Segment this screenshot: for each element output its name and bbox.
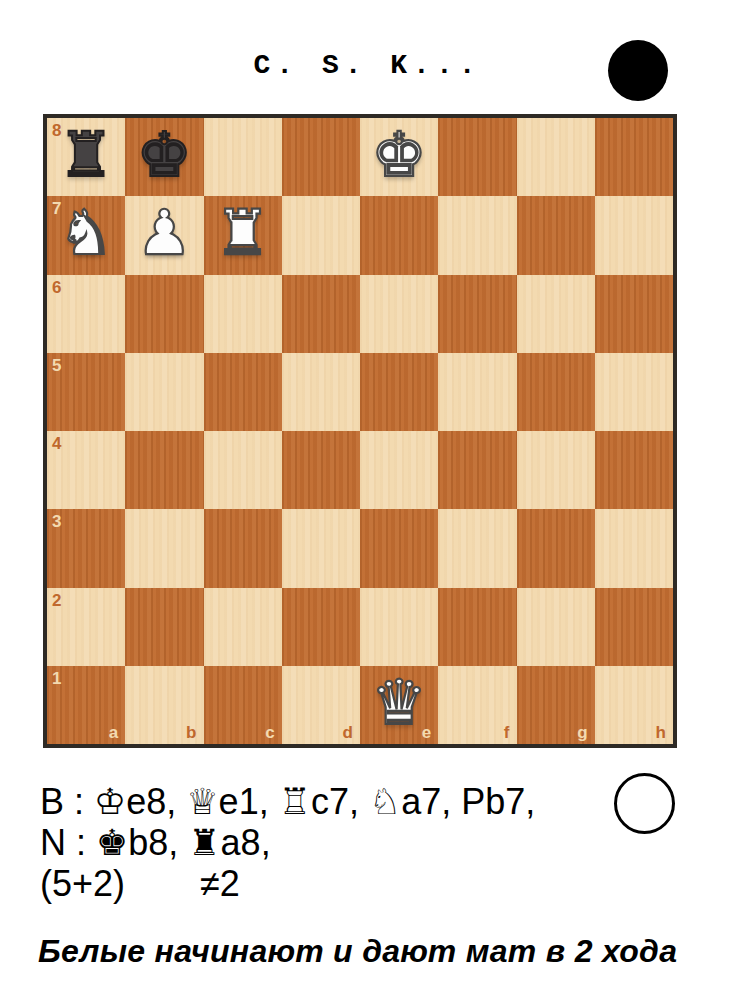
square-h8[interactable] [595, 118, 673, 196]
black-circle-marker [608, 40, 668, 101]
square-e1[interactable]: e♛ [360, 666, 438, 744]
square-b2[interactable] [125, 588, 203, 666]
square-b1[interactable]: b [125, 666, 203, 744]
square-g7[interactable] [517, 196, 595, 274]
square-g2[interactable] [517, 588, 595, 666]
square-d6[interactable] [282, 275, 360, 353]
white-rook-c7[interactable]: ♜ [204, 196, 282, 274]
piece-list: B : ♔e8, ♕e1, ♖c7, ♘a7, Pb7, N : ♚b8, ♜a… [40, 781, 535, 904]
square-d7[interactable] [282, 196, 360, 274]
rank-label-1: 1 [52, 670, 61, 687]
square-g1[interactable]: g [517, 666, 595, 744]
square-c3[interactable] [204, 509, 282, 587]
stipulation-line: (5+2) ≠2 [40, 863, 535, 904]
file-label-d: d [343, 724, 353, 741]
square-g6[interactable] [517, 275, 595, 353]
square-e3[interactable] [360, 509, 438, 587]
square-a6[interactable]: 6 [47, 275, 125, 353]
white-circle-marker [614, 773, 675, 834]
square-a8[interactable]: 8♜ [47, 118, 125, 196]
square-f8[interactable] [438, 118, 516, 196]
square-d4[interactable] [282, 431, 360, 509]
square-b5[interactable] [125, 353, 203, 431]
black-rook-a8[interactable]: ♜ [47, 118, 125, 196]
square-d1[interactable]: d [282, 666, 360, 744]
white-knight-a7[interactable]: ♞ [47, 196, 125, 274]
square-a5[interactable]: 5 [47, 353, 125, 431]
square-e6[interactable] [360, 275, 438, 353]
square-g5[interactable] [517, 353, 595, 431]
square-h1[interactable]: h [595, 666, 673, 744]
white-pieces-line: B : ♔e8, ♕e1, ♖c7, ♘a7, Pb7, [40, 781, 535, 822]
puzzle-page: C. S. K... 8♜♚♚7♞♟♜654321abcde♛fgh B : ♔… [0, 0, 735, 991]
rank-label-2: 2 [52, 592, 61, 609]
file-label-a: a [109, 724, 118, 741]
square-f4[interactable] [438, 431, 516, 509]
square-b6[interactable] [125, 275, 203, 353]
square-f2[interactable] [438, 588, 516, 666]
square-f7[interactable] [438, 196, 516, 274]
chess-board: 8♜♚♚7♞♟♜654321abcde♛fgh [43, 114, 677, 748]
square-d5[interactable] [282, 353, 360, 431]
square-b8[interactable]: ♚ [125, 118, 203, 196]
square-g8[interactable] [517, 118, 595, 196]
square-d3[interactable] [282, 509, 360, 587]
white-king-e8[interactable]: ♚ [360, 118, 438, 196]
rank-label-5: 5 [52, 357, 61, 374]
square-c8[interactable] [204, 118, 282, 196]
rank-label-4: 4 [52, 435, 61, 452]
rank-label-3: 3 [52, 513, 61, 530]
square-e7[interactable] [360, 196, 438, 274]
square-h2[interactable] [595, 588, 673, 666]
square-e5[interactable] [360, 353, 438, 431]
square-c1[interactable]: c [204, 666, 282, 744]
file-label-g: g [577, 724, 587, 741]
rank-label-6: 6 [52, 279, 61, 296]
square-c6[interactable] [204, 275, 282, 353]
square-d2[interactable] [282, 588, 360, 666]
square-b4[interactable] [125, 431, 203, 509]
file-label-h: h [656, 724, 666, 741]
square-c7[interactable]: ♜ [204, 196, 282, 274]
stipulation-mate-in-2: ≠2 [200, 863, 240, 904]
file-label-b: b [186, 724, 196, 741]
file-label-f: f [504, 724, 510, 741]
square-b7[interactable]: ♟ [125, 196, 203, 274]
square-e8[interactable]: ♚ [360, 118, 438, 196]
square-f3[interactable] [438, 509, 516, 587]
square-d8[interactable] [282, 118, 360, 196]
footer-caption: Белые начинают и дают мат в 2 хода [38, 933, 677, 970]
square-a4[interactable]: 4 [47, 431, 125, 509]
file-label-c: c [265, 724, 274, 741]
square-g3[interactable] [517, 509, 595, 587]
square-c2[interactable] [204, 588, 282, 666]
square-c5[interactable] [204, 353, 282, 431]
square-g4[interactable] [517, 431, 595, 509]
white-queen-e1[interactable]: ♛ [360, 666, 438, 744]
square-h3[interactable] [595, 509, 673, 587]
black-king-b8[interactable]: ♚ [125, 118, 203, 196]
black-pieces-line: N : ♚b8, ♜a8, [40, 822, 535, 863]
square-f5[interactable] [438, 353, 516, 431]
square-f6[interactable] [438, 275, 516, 353]
square-h5[interactable] [595, 353, 673, 431]
material-count: (5+2) [40, 863, 125, 904]
square-a2[interactable]: 2 [47, 588, 125, 666]
square-a7[interactable]: 7♞ [47, 196, 125, 274]
square-e4[interactable] [360, 431, 438, 509]
square-b3[interactable] [125, 509, 203, 587]
square-h7[interactable] [595, 196, 673, 274]
square-a3[interactable]: 3 [47, 509, 125, 587]
square-h4[interactable] [595, 431, 673, 509]
square-e2[interactable] [360, 588, 438, 666]
square-h6[interactable] [595, 275, 673, 353]
square-c4[interactable] [204, 431, 282, 509]
square-f1[interactable]: f [438, 666, 516, 744]
square-a1[interactable]: 1a [47, 666, 125, 744]
white-pawn-b7[interactable]: ♟ [125, 196, 203, 274]
